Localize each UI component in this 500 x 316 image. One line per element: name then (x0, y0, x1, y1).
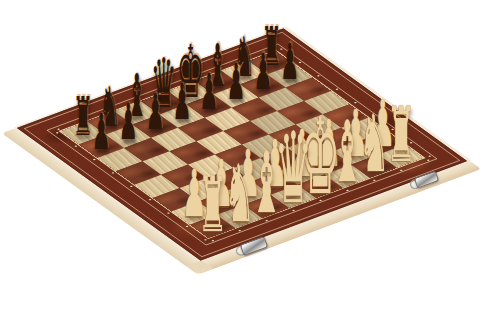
frame-inlay-dot (427, 156, 430, 158)
piece-white-rook[interactable]: ♜ (198, 167, 227, 243)
piece-black-rook[interactable]: ♜ (72, 92, 92, 145)
frame-inlay-dot (148, 199, 151, 201)
piece-black-pawn[interactable]: ♟ (172, 77, 191, 127)
frame-inlay-dot (426, 159, 429, 161)
frame-inlay-dot (129, 186, 132, 188)
piece-black-pawn[interactable]: ♟ (119, 97, 138, 147)
frame-inlay-dot (56, 128, 59, 130)
piece-black-pawn[interactable]: ♟ (145, 87, 164, 137)
chess-board: ♜♞♝♛♚♝♞♜♟♟♟♟♟♟♟♟♟♟♟♟♟♟♟♟♜♞♝♛♚♝♞♜ (17, 29, 467, 261)
product-photo: ♜♞♝♛♚♝♞♜♟♟♟♟♟♟♟♟♟♟♟♟♟♟♟♟♜♞♝♛♚♝♞♜ (0, 0, 500, 316)
piece-black-pawn[interactable]: ♟ (253, 47, 272, 97)
piece-white-knight[interactable]: ♞ (224, 155, 254, 234)
piece-white-bishop[interactable]: ♝ (250, 141, 282, 226)
frame-inlay-dot (166, 213, 169, 215)
frame-inlay-dot (111, 172, 114, 174)
piece-black-pawn[interactable]: ♟ (199, 67, 218, 117)
piece-black-pawn[interactable]: ♟ (226, 57, 245, 107)
frame-inlay-dot (335, 89, 338, 91)
piece-white-rook[interactable]: ♜ (386, 97, 415, 173)
frame-inlay-dot (316, 75, 319, 77)
frame-inlay-dot (55, 132, 58, 134)
piece-black-pawn[interactable]: ♟ (92, 107, 111, 157)
piece-black-pawn[interactable]: ♟ (280, 37, 299, 87)
